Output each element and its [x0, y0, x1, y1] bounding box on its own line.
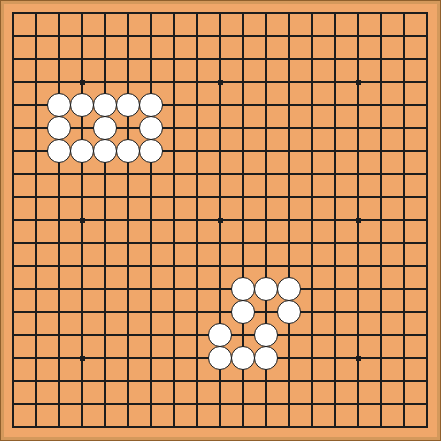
white-stone [93, 139, 117, 163]
star-point [356, 218, 361, 223]
white-stone [231, 346, 255, 370]
white-stone [231, 300, 255, 324]
white-stone [116, 139, 140, 163]
white-stone [254, 346, 278, 370]
star-point [218, 218, 223, 223]
star-point [80, 80, 85, 85]
white-stone [70, 93, 94, 117]
star-point [356, 356, 361, 361]
white-stone [47, 93, 71, 117]
board-points [2, 2, 439, 439]
white-stone [254, 323, 278, 347]
white-stone [93, 93, 117, 117]
white-stone [277, 300, 301, 324]
white-stone [254, 277, 278, 301]
white-stone [93, 116, 117, 140]
star-point [80, 218, 85, 223]
white-stone [47, 116, 71, 140]
star-point [356, 80, 361, 85]
white-stone [277, 277, 301, 301]
white-stone [139, 116, 163, 140]
white-stone [139, 93, 163, 117]
go-board[interactable] [0, 0, 441, 441]
star-point [218, 80, 223, 85]
white-stone [70, 139, 94, 163]
white-stone [231, 277, 255, 301]
white-stone [139, 139, 163, 163]
white-stone [208, 323, 232, 347]
white-stone [116, 93, 140, 117]
star-point [80, 356, 85, 361]
white-stone [208, 346, 232, 370]
white-stone [47, 139, 71, 163]
